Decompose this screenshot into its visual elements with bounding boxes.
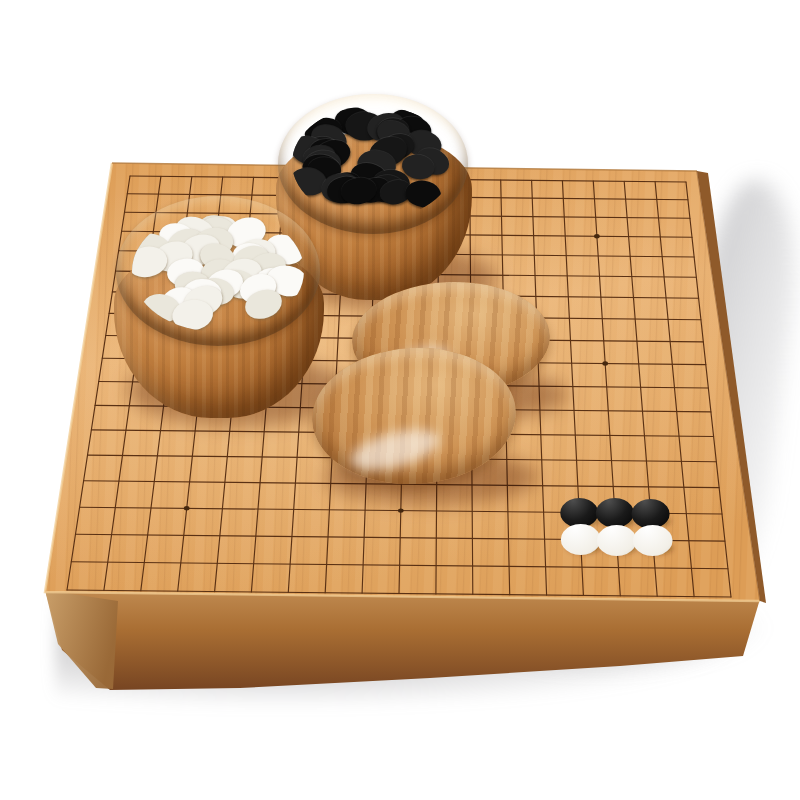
white-stone-bowl: ●●●●●●●●●●●●●●●●●●●●●●●●●●●●●●●●●● <box>114 192 324 418</box>
white-stones-on-board: ●●● <box>558 513 676 561</box>
board-front-face <box>45 590 760 690</box>
white-stone-pile: ●●●●●●●●●●●●●●●●●●●●●●●●●●●●●●●●●● <box>132 210 304 332</box>
board-left-end-face <box>45 590 118 689</box>
scene: ●●●●●● ●●●●●●●●●●●●●●●●●●●●●●●●●●●●●●●●●… <box>0 0 800 800</box>
white-stone: ● <box>630 514 675 561</box>
bowl-stone: ● <box>335 168 381 209</box>
